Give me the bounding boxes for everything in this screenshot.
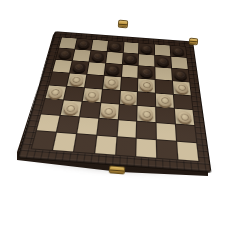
light-piece[interactable] — [140, 108, 154, 121]
square-6-5[interactable] — [118, 105, 137, 121]
square-6-2[interactable] — [61, 101, 82, 117]
square-8-5[interactable] — [116, 137, 136, 156]
dark-piece[interactable] — [109, 42, 121, 51]
square-1-7[interactable] — [155, 44, 170, 55]
dark-piece[interactable] — [174, 70, 187, 80]
square-4-1[interactable] — [49, 72, 69, 86]
dark-piece[interactable] — [172, 47, 184, 56]
square-1-1[interactable] — [59, 37, 76, 48]
dark-piece[interactable] — [140, 67, 153, 77]
board-tilt-wrapper — [34, 4, 206, 176]
square-2-3[interactable] — [89, 51, 106, 63]
square-1-2[interactable] — [75, 39, 92, 50]
product-photo-canvas — [0, 0, 238, 238]
square-8-3[interactable] — [74, 134, 96, 153]
square-8-6[interactable] — [137, 139, 157, 158]
square-3-5[interactable] — [122, 65, 139, 78]
dark-piece[interactable] — [72, 62, 86, 72]
perspective-scene — [34, 4, 206, 176]
square-8-1[interactable] — [32, 131, 56, 150]
square-7-7[interactable] — [157, 123, 176, 140]
light-piece[interactable] — [140, 80, 153, 91]
square-2-6[interactable] — [139, 54, 155, 66]
square-3-1[interactable] — [53, 60, 72, 73]
board-grid — [32, 37, 198, 160]
square-3-6[interactable] — [139, 66, 155, 79]
square-3-4[interactable] — [104, 63, 121, 76]
light-piece[interactable] — [101, 105, 116, 118]
square-4-7[interactable] — [156, 80, 173, 94]
light-piece[interactable] — [69, 75, 84, 86]
square-5-7[interactable] — [156, 93, 174, 108]
dark-piece[interactable] — [77, 40, 90, 49]
square-5-6[interactable] — [138, 92, 155, 107]
square-3-8[interactable] — [172, 68, 189, 81]
square-1-8[interactable] — [171, 46, 187, 57]
square-7-2[interactable] — [57, 116, 79, 133]
square-8-8[interactable] — [177, 142, 198, 161]
square-2-5[interactable] — [122, 53, 138, 65]
square-1-4[interactable] — [107, 41, 123, 52]
square-7-4[interactable] — [97, 119, 117, 136]
dark-piece[interactable] — [157, 57, 169, 67]
square-5-5[interactable] — [119, 90, 137, 105]
square-8-2[interactable] — [53, 133, 76, 152]
square-8-4[interactable] — [95, 136, 116, 155]
square-2-7[interactable] — [155, 55, 171, 67]
checkers-board — [19, 32, 211, 172]
square-6-8[interactable] — [175, 109, 194, 125]
square-3-7[interactable] — [156, 67, 172, 80]
square-7-6[interactable] — [137, 122, 156, 139]
square-6-4[interactable] — [99, 103, 118, 119]
hinge-right — [189, 38, 198, 46]
square-6-7[interactable] — [156, 108, 175, 124]
light-piece[interactable] — [121, 92, 135, 104]
square-4-3[interactable] — [85, 74, 103, 88]
square-4-6[interactable] — [138, 78, 155, 92]
square-2-1[interactable] — [56, 48, 74, 60]
square-6-6[interactable] — [138, 106, 156, 122]
square-2-8[interactable] — [171, 57, 187, 69]
square-4-5[interactable] — [121, 77, 138, 91]
light-piece[interactable] — [63, 102, 79, 114]
square-1-5[interactable] — [123, 42, 138, 53]
light-piece[interactable] — [175, 82, 189, 93]
dark-piece[interactable] — [91, 52, 104, 61]
square-4-2[interactable] — [67, 73, 86, 87]
square-7-3[interactable] — [77, 118, 98, 135]
dark-piece[interactable] — [106, 65, 119, 75]
square-5-3[interactable] — [82, 88, 101, 103]
dark-piece[interactable] — [124, 54, 136, 63]
dark-piece[interactable] — [58, 49, 72, 58]
square-6-3[interactable] — [80, 102, 100, 118]
square-5-8[interactable] — [174, 94, 192, 109]
hinge-left — [118, 20, 129, 29]
square-4-8[interactable] — [173, 81, 191, 95]
light-piece[interactable] — [48, 87, 64, 98]
square-5-4[interactable] — [101, 89, 120, 104]
square-5-1[interactable] — [45, 85, 65, 100]
square-5-2[interactable] — [64, 86, 84, 101]
square-1-3[interactable] — [91, 40, 107, 51]
front-clasp — [109, 165, 126, 174]
dark-piece[interactable] — [141, 45, 153, 54]
light-piece[interactable] — [158, 95, 172, 107]
light-piece[interactable] — [177, 111, 192, 124]
square-7-5[interactable] — [117, 120, 136, 137]
square-4-4[interactable] — [103, 76, 121, 90]
square-7-8[interactable] — [176, 125, 196, 143]
square-1-6[interactable] — [139, 43, 154, 54]
square-2-4[interactable] — [106, 52, 122, 64]
light-piece[interactable] — [105, 77, 119, 88]
square-7-1[interactable] — [37, 115, 59, 132]
square-6-1[interactable] — [41, 99, 62, 115]
square-3-3[interactable] — [87, 62, 105, 75]
square-2-2[interactable] — [73, 49, 91, 61]
square-3-2[interactable] — [70, 61, 88, 74]
square-8-7[interactable] — [157, 140, 177, 159]
light-piece[interactable] — [85, 89, 100, 101]
